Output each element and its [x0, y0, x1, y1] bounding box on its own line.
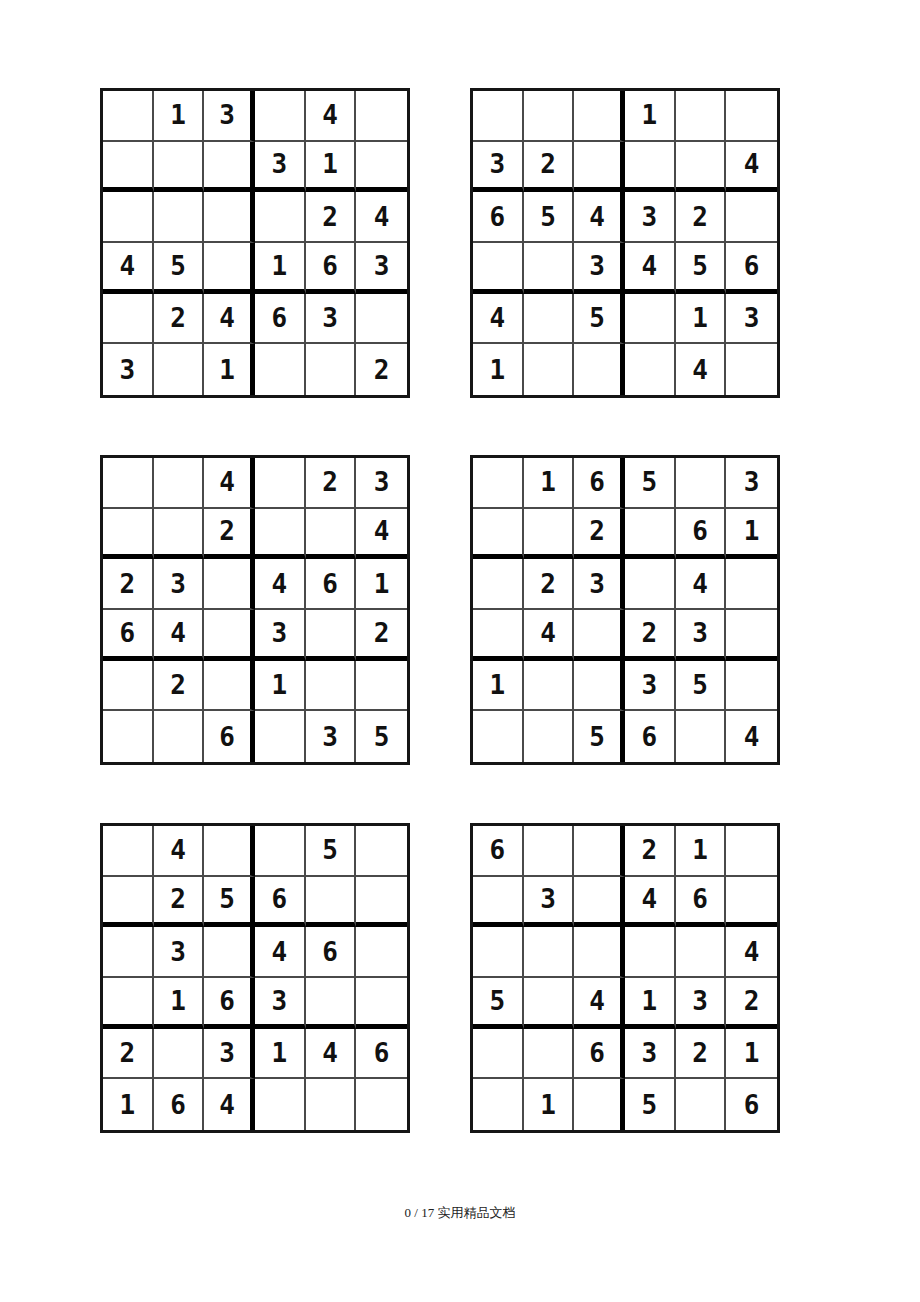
cell-r2c1 [103, 509, 154, 560]
cell-r1c5 [676, 91, 727, 142]
cell-r6c5: 4 [676, 344, 727, 395]
cell-r3c4 [255, 192, 306, 243]
cell-r1c6: 3 [356, 458, 407, 509]
cell-r4c5 [306, 978, 357, 1029]
cell-r3c4: 4 [255, 927, 306, 978]
cell-r5c3 [574, 661, 625, 712]
cell-r4c2 [524, 243, 575, 294]
cell-r2c5 [306, 509, 357, 560]
cell-r6c6: 6 [726, 1079, 777, 1130]
cell-r3c1: 2 [103, 559, 154, 610]
cell-r6c1 [103, 711, 154, 762]
sudoku-board-5: 4525634616323146164 [100, 823, 410, 1133]
cell-r6c3 [574, 344, 625, 395]
cell-r3c2 [524, 927, 575, 978]
cell-r3c2 [154, 192, 205, 243]
cell-r1c3 [574, 91, 625, 142]
cell-r4c5: 5 [676, 243, 727, 294]
cell-r2c4 [255, 509, 306, 560]
cell-r5c1 [473, 1029, 524, 1080]
cell-r2c6 [356, 142, 407, 193]
cell-r5c6 [356, 294, 407, 345]
cell-r5c6 [356, 661, 407, 712]
cell-r6c6 [356, 1079, 407, 1130]
cell-r3c3: 3 [574, 559, 625, 610]
cell-r3c5: 6 [306, 927, 357, 978]
cell-r5c4: 3 [625, 661, 676, 712]
cell-r3c4: 3 [625, 192, 676, 243]
cell-r3c3 [204, 927, 255, 978]
cell-r6c4: 5 [625, 1079, 676, 1130]
cell-r4c1: 6 [103, 610, 154, 661]
cell-r6c1 [473, 711, 524, 762]
cell-r3c6 [356, 927, 407, 978]
cell-r3c5: 4 [676, 559, 727, 610]
cell-r5c2 [524, 1029, 575, 1080]
cell-r1c6 [726, 826, 777, 877]
cell-r5c4: 1 [255, 661, 306, 712]
cell-r2c2: 2 [154, 877, 205, 928]
cell-r3c2: 3 [154, 559, 205, 610]
cell-r2c2: 3 [524, 877, 575, 928]
cell-r2c4: 6 [255, 877, 306, 928]
cell-r4c6: 2 [726, 978, 777, 1029]
cell-r4c3: 4 [574, 978, 625, 1029]
cell-r2c1 [473, 877, 524, 928]
cell-r1c2 [154, 458, 205, 509]
cell-r1c5: 5 [306, 826, 357, 877]
cell-r4c4: 4 [625, 243, 676, 294]
cell-r1c3 [574, 826, 625, 877]
cell-r3c5: 2 [306, 192, 357, 243]
cell-r5c4 [625, 294, 676, 345]
cell-r6c3: 6 [204, 711, 255, 762]
cell-r5c3: 6 [574, 1029, 625, 1080]
cell-r2c3 [204, 142, 255, 193]
cell-r2c6 [356, 877, 407, 928]
cell-r6c6: 5 [356, 711, 407, 762]
cell-r6c4 [255, 1079, 306, 1130]
cell-r4c3: 6 [204, 978, 255, 1029]
cell-r6c6: 4 [726, 711, 777, 762]
cell-r2c2 [154, 509, 205, 560]
cell-r3c4 [625, 559, 676, 610]
cell-r1c2 [524, 826, 575, 877]
cell-r4c1: 5 [473, 978, 524, 1029]
cell-r5c6 [726, 661, 777, 712]
cell-r5c6: 1 [726, 1029, 777, 1080]
cell-r3c2: 2 [524, 559, 575, 610]
cell-r6c2 [524, 344, 575, 395]
cell-r4c2 [524, 978, 575, 1029]
cell-r1c1: 6 [473, 826, 524, 877]
cell-r1c6: 3 [726, 458, 777, 509]
cell-r3c5 [676, 927, 727, 978]
cell-r5c5: 1 [676, 294, 727, 345]
cell-r1c2: 1 [154, 91, 205, 142]
cell-r3c3 [204, 192, 255, 243]
cell-r4c5: 3 [676, 978, 727, 1029]
sudoku-board-2: 1324654323456451314 [470, 88, 780, 398]
cell-r6c1 [473, 1079, 524, 1130]
cell-r3c1 [103, 927, 154, 978]
cell-r2c2: 2 [524, 142, 575, 193]
cell-r1c6 [356, 91, 407, 142]
cell-r4c2: 5 [154, 243, 205, 294]
cell-r4c1 [473, 610, 524, 661]
cell-r6c5 [676, 1079, 727, 1130]
cell-r4c2: 4 [524, 610, 575, 661]
cell-r2c3: 2 [574, 509, 625, 560]
cell-r2c6 [726, 877, 777, 928]
cell-r1c3: 6 [574, 458, 625, 509]
cell-r2c4: 4 [625, 877, 676, 928]
cell-r6c4 [625, 344, 676, 395]
cell-r2c4 [625, 509, 676, 560]
cell-r4c1 [103, 978, 154, 1029]
cell-r6c3: 5 [574, 711, 625, 762]
cell-r3c1 [103, 192, 154, 243]
cell-r4c6: 3 [356, 243, 407, 294]
cell-r3c5: 6 [306, 559, 357, 610]
cell-r3c2: 3 [154, 927, 205, 978]
cell-r4c3: 3 [574, 243, 625, 294]
cell-r5c2 [524, 294, 575, 345]
cell-r1c5 [676, 458, 727, 509]
cell-r5c4: 3 [625, 1029, 676, 1080]
cell-r3c5: 2 [676, 192, 727, 243]
cell-r2c1 [473, 509, 524, 560]
cell-r1c4 [255, 91, 306, 142]
cell-r4c3 [204, 610, 255, 661]
cell-r5c3: 5 [574, 294, 625, 345]
cell-r4c1 [473, 243, 524, 294]
cell-r6c2 [154, 344, 205, 395]
cell-r5c2: 2 [154, 661, 205, 712]
cell-r2c5: 6 [676, 509, 727, 560]
cell-r1c3: 3 [204, 91, 255, 142]
cell-r1c3: 4 [204, 458, 255, 509]
cell-r6c2: 1 [524, 1079, 575, 1130]
cell-r2c2 [154, 142, 205, 193]
cell-r5c5 [306, 661, 357, 712]
cell-r4c4: 3 [255, 978, 306, 1029]
cell-r6c4: 6 [625, 711, 676, 762]
page-footer: 0 / 17 实用精品文档 [0, 1204, 920, 1222]
cell-r5c1: 1 [473, 661, 524, 712]
cell-r3c6 [726, 559, 777, 610]
cell-r6c3: 4 [204, 1079, 255, 1130]
cell-r1c4 [255, 826, 306, 877]
cell-r1c2: 1 [524, 458, 575, 509]
cell-r1c6 [726, 91, 777, 142]
cell-r2c4 [625, 142, 676, 193]
cell-r1c3 [204, 826, 255, 877]
cell-r2c5 [306, 877, 357, 928]
cell-r1c1 [103, 826, 154, 877]
cell-r4c4: 1 [625, 978, 676, 1029]
cell-r5c4: 1 [255, 1029, 306, 1080]
cell-r2c3: 2 [204, 509, 255, 560]
cell-r1c2 [524, 91, 575, 142]
cell-r5c5: 4 [306, 1029, 357, 1080]
cell-r3c2: 5 [524, 192, 575, 243]
cell-r1c4: 2 [625, 826, 676, 877]
cell-r6c2 [524, 711, 575, 762]
cell-r2c5 [676, 142, 727, 193]
sudoku-board-4: 1653261234423135564 [470, 455, 780, 765]
cell-r2c1: 3 [473, 142, 524, 193]
cell-r4c5 [306, 610, 357, 661]
cell-r6c5 [306, 1079, 357, 1130]
cell-r1c5: 2 [306, 458, 357, 509]
cell-r5c6: 3 [726, 294, 777, 345]
cell-r6c6: 2 [356, 344, 407, 395]
sudoku-board-3: 4232423461643221635 [100, 455, 410, 765]
cell-r5c5: 3 [306, 294, 357, 345]
cell-r3c1: 6 [473, 192, 524, 243]
cell-r5c3 [204, 661, 255, 712]
cell-r5c2 [154, 1029, 205, 1080]
cell-r5c3: 4 [204, 294, 255, 345]
cell-r2c1 [103, 877, 154, 928]
cell-r4c4: 3 [255, 610, 306, 661]
cell-r6c5: 3 [306, 711, 357, 762]
cell-r1c5: 1 [676, 826, 727, 877]
cell-r5c5: 2 [676, 1029, 727, 1080]
cell-r3c6: 1 [356, 559, 407, 610]
cell-r3c1 [473, 559, 524, 610]
cell-r2c1 [103, 142, 154, 193]
cell-r4c6 [356, 978, 407, 1029]
cell-r5c3: 3 [204, 1029, 255, 1080]
cell-r4c3 [204, 243, 255, 294]
document-page: 1343124451632463312 1324654323456451314 … [0, 0, 920, 1302]
cell-r4c5: 6 [306, 243, 357, 294]
cell-r3c4 [625, 927, 676, 978]
cell-r6c1: 1 [473, 344, 524, 395]
cell-r4c6: 2 [356, 610, 407, 661]
cell-r2c4: 3 [255, 142, 306, 193]
cell-r2c6: 4 [726, 142, 777, 193]
cell-r1c5: 4 [306, 91, 357, 142]
cell-r1c1 [103, 91, 154, 142]
cell-r3c1 [473, 927, 524, 978]
cell-r4c6 [726, 610, 777, 661]
cell-r2c6: 4 [356, 509, 407, 560]
cell-r4c4: 1 [255, 243, 306, 294]
cell-r4c6: 6 [726, 243, 777, 294]
cell-r1c1 [103, 458, 154, 509]
cell-r2c3: 5 [204, 877, 255, 928]
cell-r6c6 [726, 344, 777, 395]
cell-r2c6: 1 [726, 509, 777, 560]
cell-r1c4 [255, 458, 306, 509]
cell-r3c6: 4 [356, 192, 407, 243]
cell-r5c4: 6 [255, 294, 306, 345]
cell-r6c1: 3 [103, 344, 154, 395]
cell-r4c2: 1 [154, 978, 205, 1029]
cell-r5c1 [103, 294, 154, 345]
cell-r6c3 [574, 1079, 625, 1130]
cell-r3c6: 4 [726, 927, 777, 978]
cell-r3c3 [204, 559, 255, 610]
cell-r3c6 [726, 192, 777, 243]
cell-r3c3 [574, 927, 625, 978]
cell-r4c4: 2 [625, 610, 676, 661]
cell-r5c2: 2 [154, 294, 205, 345]
cell-r3c3: 4 [574, 192, 625, 243]
cell-r1c1 [473, 458, 524, 509]
cell-r1c4: 5 [625, 458, 676, 509]
sudoku-board-1: 1343124451632463312 [100, 88, 410, 398]
cell-r5c5: 5 [676, 661, 727, 712]
cell-r6c3: 1 [204, 344, 255, 395]
cell-r2c5: 1 [306, 142, 357, 193]
cell-r5c1: 2 [103, 1029, 154, 1080]
cell-r6c2: 6 [154, 1079, 205, 1130]
cell-r2c3 [574, 142, 625, 193]
cell-r5c2 [524, 661, 575, 712]
sudoku-board-6: 6213464541326321156 [470, 823, 780, 1133]
cell-r2c3 [574, 877, 625, 928]
cell-r6c4 [255, 344, 306, 395]
cell-r5c1 [103, 661, 154, 712]
cell-r6c1: 1 [103, 1079, 154, 1130]
cell-r6c4 [255, 711, 306, 762]
cell-r4c5: 3 [676, 610, 727, 661]
cell-r5c1: 4 [473, 294, 524, 345]
cell-r1c2: 4 [154, 826, 205, 877]
cell-r3c4: 4 [255, 559, 306, 610]
cell-r5c6: 6 [356, 1029, 407, 1080]
cell-r4c1: 4 [103, 243, 154, 294]
cell-r1c6 [356, 826, 407, 877]
cell-r2c5: 6 [676, 877, 727, 928]
cell-r6c5 [676, 711, 727, 762]
cell-r1c4: 1 [625, 91, 676, 142]
cell-r4c3 [574, 610, 625, 661]
cell-r2c2 [524, 509, 575, 560]
cell-r4c2: 4 [154, 610, 205, 661]
cell-r6c2 [154, 711, 205, 762]
cell-r6c5 [306, 344, 357, 395]
cell-r1c1 [473, 91, 524, 142]
